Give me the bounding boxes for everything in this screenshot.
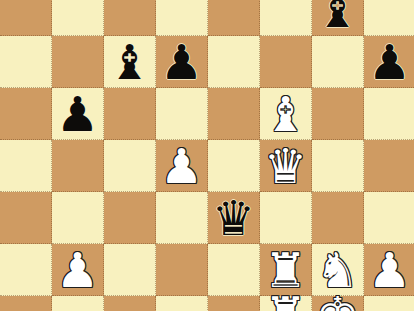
square-e2[interactable] (208, 244, 260, 296)
square-a1[interactable] (0, 296, 52, 311)
square-e7[interactable] (208, 0, 260, 36)
piece-white-pawn[interactable]: ♟ (56, 246, 99, 294)
piece-black-bishop[interactable]: ♝ (108, 38, 151, 86)
square-d2[interactable] (156, 244, 208, 296)
square-h4[interactable] (364, 140, 414, 192)
square-f6[interactable] (260, 36, 312, 88)
square-f5[interactable]: ♝ (260, 88, 312, 140)
square-a4[interactable] (0, 140, 52, 192)
piece-white-king[interactable]: ♚ (316, 290, 359, 311)
piece-black-pawn[interactable]: ♟ (160, 38, 203, 86)
square-c4[interactable] (104, 140, 156, 192)
square-f4[interactable]: ♛ (260, 140, 312, 192)
square-b4[interactable] (52, 140, 104, 192)
square-g5[interactable] (312, 88, 364, 140)
square-c2[interactable] (104, 244, 156, 296)
piece-white-rook[interactable]: ♜ (264, 290, 307, 311)
square-f7[interactable] (260, 0, 312, 36)
square-d3[interactable] (156, 192, 208, 244)
square-e1[interactable] (208, 296, 260, 311)
piece-black-queen[interactable]: ♛ (212, 194, 255, 242)
piece-black-bishop[interactable]: ♝ (316, 0, 359, 34)
square-d7[interactable] (156, 0, 208, 36)
chess-board: ♝♝♟♟♟♝♟♛♛♟♜♞♟♜♚ (0, 0, 414, 311)
square-g6[interactable] (312, 36, 364, 88)
square-a6[interactable] (0, 36, 52, 88)
square-a7[interactable] (0, 0, 52, 36)
square-e3[interactable]: ♛ (208, 192, 260, 244)
square-b2[interactable]: ♟ (52, 244, 104, 296)
square-h3[interactable] (364, 192, 414, 244)
square-d5[interactable] (156, 88, 208, 140)
square-c7[interactable] (104, 0, 156, 36)
square-b3[interactable] (52, 192, 104, 244)
square-c1[interactable] (104, 296, 156, 311)
square-d1[interactable] (156, 296, 208, 311)
piece-white-pawn[interactable]: ♟ (368, 246, 411, 294)
square-e4[interactable] (208, 140, 260, 192)
square-g7[interactable]: ♝ (312, 0, 364, 36)
square-h6[interactable]: ♟ (364, 36, 414, 88)
piece-black-pawn[interactable]: ♟ (56, 90, 99, 138)
piece-white-queen[interactable]: ♛ (264, 142, 307, 190)
piece-black-pawn[interactable]: ♟ (368, 38, 411, 86)
square-a2[interactable] (0, 244, 52, 296)
square-b7[interactable] (52, 0, 104, 36)
piece-white-pawn[interactable]: ♟ (160, 142, 203, 190)
square-f1[interactable]: ♜ (260, 296, 312, 311)
square-b1[interactable] (52, 296, 104, 311)
square-h2[interactable]: ♟ (364, 244, 414, 296)
square-g4[interactable] (312, 140, 364, 192)
square-a3[interactable] (0, 192, 52, 244)
chess-board-viewport: ♝♝♟♟♟♝♟♛♛♟♜♞♟♜♚ (0, 0, 414, 311)
square-c6[interactable]: ♝ (104, 36, 156, 88)
square-f3[interactable] (260, 192, 312, 244)
square-g1[interactable]: ♚ (312, 296, 364, 311)
square-h1[interactable] (364, 296, 414, 311)
square-b6[interactable] (52, 36, 104, 88)
square-g3[interactable] (312, 192, 364, 244)
square-c5[interactable] (104, 88, 156, 140)
square-d6[interactable]: ♟ (156, 36, 208, 88)
square-h7[interactable] (364, 0, 414, 36)
square-c3[interactable] (104, 192, 156, 244)
square-a5[interactable] (0, 88, 52, 140)
square-h5[interactable] (364, 88, 414, 140)
square-e6[interactable] (208, 36, 260, 88)
square-d4[interactable]: ♟ (156, 140, 208, 192)
square-e5[interactable] (208, 88, 260, 140)
piece-white-bishop[interactable]: ♝ (264, 90, 307, 138)
square-b5[interactable]: ♟ (52, 88, 104, 140)
